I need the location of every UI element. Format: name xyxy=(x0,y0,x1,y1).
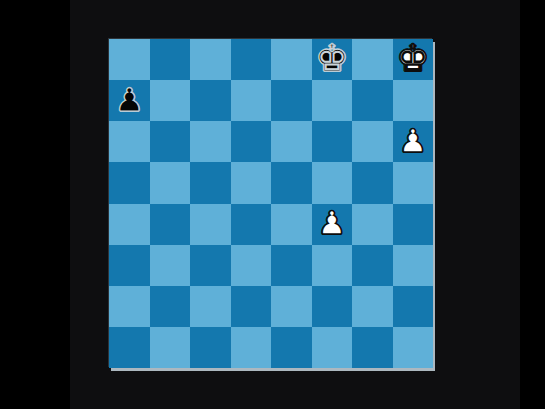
square-c6[interactable] xyxy=(190,121,231,162)
square-g3[interactable] xyxy=(352,245,393,286)
square-d3[interactable] xyxy=(231,245,272,286)
square-a4[interactable] xyxy=(109,204,150,245)
square-g1[interactable] xyxy=(352,327,393,368)
square-b3[interactable] xyxy=(150,245,191,286)
square-g2[interactable] xyxy=(352,286,393,327)
square-c1[interactable] xyxy=(190,327,231,368)
square-c2[interactable] xyxy=(190,286,231,327)
square-e8[interactable] xyxy=(271,39,312,80)
white-king-h8: ♚ xyxy=(396,40,429,77)
square-d1[interactable] xyxy=(231,327,272,368)
square-b6[interactable] xyxy=(150,121,191,162)
square-h3[interactable] xyxy=(393,245,434,286)
square-f5[interactable] xyxy=(312,162,353,203)
square-a2[interactable] xyxy=(109,286,150,327)
letterbox-right xyxy=(520,0,545,409)
chess-board: ♚♚♟♟♟ xyxy=(109,39,433,368)
square-c4[interactable] xyxy=(190,204,231,245)
square-e3[interactable] xyxy=(271,245,312,286)
square-c3[interactable] xyxy=(190,245,231,286)
square-d7[interactable] xyxy=(231,80,272,121)
square-f7[interactable] xyxy=(312,80,353,121)
white-pawn-h6: ♟ xyxy=(398,125,427,157)
square-d5[interactable] xyxy=(231,162,272,203)
square-e7[interactable] xyxy=(271,80,312,121)
square-h2[interactable] xyxy=(393,286,434,327)
square-h5[interactable] xyxy=(393,162,434,203)
square-a1[interactable] xyxy=(109,327,150,368)
square-b8[interactable] xyxy=(150,39,191,80)
square-f3[interactable] xyxy=(312,245,353,286)
square-f4[interactable]: ♟ xyxy=(312,204,353,245)
square-b4[interactable] xyxy=(150,204,191,245)
square-e6[interactable] xyxy=(271,121,312,162)
square-a8[interactable] xyxy=(109,39,150,80)
square-e2[interactable] xyxy=(271,286,312,327)
square-d4[interactable] xyxy=(231,204,272,245)
square-h7[interactable] xyxy=(393,80,434,121)
square-e5[interactable] xyxy=(271,162,312,203)
square-f8[interactable]: ♚ xyxy=(312,39,353,80)
square-e4[interactable] xyxy=(271,204,312,245)
square-h4[interactable] xyxy=(393,204,434,245)
square-a6[interactable] xyxy=(109,121,150,162)
square-a3[interactable] xyxy=(109,245,150,286)
square-c7[interactable] xyxy=(190,80,231,121)
square-b7[interactable] xyxy=(150,80,191,121)
square-f2[interactable] xyxy=(312,286,353,327)
square-f1[interactable] xyxy=(312,327,353,368)
square-e1[interactable] xyxy=(271,327,312,368)
square-d8[interactable] xyxy=(231,39,272,80)
square-b2[interactable] xyxy=(150,286,191,327)
black-pawn-a7: ♟ xyxy=(115,84,144,116)
white-pawn-f4: ♟ xyxy=(317,207,346,239)
square-f6[interactable] xyxy=(312,121,353,162)
letterbox-left xyxy=(0,0,70,409)
square-h8[interactable]: ♚ xyxy=(393,39,434,80)
square-a5[interactable] xyxy=(109,162,150,203)
square-h1[interactable] xyxy=(393,327,434,368)
square-g6[interactable] xyxy=(352,121,393,162)
square-c8[interactable] xyxy=(190,39,231,80)
square-d2[interactable] xyxy=(231,286,272,327)
square-a7[interactable]: ♟ xyxy=(109,80,150,121)
square-d6[interactable] xyxy=(231,121,272,162)
square-b1[interactable] xyxy=(150,327,191,368)
square-g7[interactable] xyxy=(352,80,393,121)
square-g4[interactable] xyxy=(352,204,393,245)
square-g8[interactable] xyxy=(352,39,393,80)
square-b5[interactable] xyxy=(150,162,191,203)
square-c5[interactable] xyxy=(190,162,231,203)
black-king-f8: ♚ xyxy=(315,40,348,77)
square-g5[interactable] xyxy=(352,162,393,203)
square-h6[interactable]: ♟ xyxy=(393,121,434,162)
